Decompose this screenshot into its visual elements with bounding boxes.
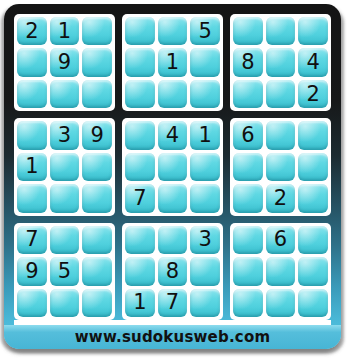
footer-bar: www.sudokusweb.com xyxy=(4,325,341,349)
sudoku-cell-r9c5[interactable]: 7 xyxy=(158,289,188,317)
sudoku-cell-r9c9[interactable] xyxy=(298,289,328,317)
sudoku-box-2-1: 391 xyxy=(14,118,115,215)
sudoku-cell-r9c4[interactable]: 1 xyxy=(125,289,155,317)
sudoku-cell-r8c9[interactable] xyxy=(298,257,328,285)
sudoku-cell-r6c5[interactable] xyxy=(158,184,188,212)
sudoku-cell-r4c4[interactable] xyxy=(125,121,155,149)
sudoku-cell-r7c4[interactable] xyxy=(125,226,155,254)
sudoku-cell-r8c2[interactable]: 5 xyxy=(50,257,80,285)
sudoku-cell-r7c1[interactable]: 7 xyxy=(17,226,47,254)
sudoku-cell-r9c3[interactable] xyxy=(82,289,112,317)
sudoku-cell-r3c8[interactable] xyxy=(266,80,296,108)
sudoku-cell-r4c6[interactable]: 1 xyxy=(190,121,220,149)
sudoku-cell-r2c5[interactable]: 1 xyxy=(158,48,188,76)
sudoku-cell-r4c8[interactable] xyxy=(266,121,296,149)
sudoku-cell-r9c8[interactable] xyxy=(266,289,296,317)
sudoku-cell-r3c6[interactable] xyxy=(190,80,220,108)
sudoku-cell-r6c1[interactable] xyxy=(17,184,47,212)
sudoku-grid: 219518423914176279538176 xyxy=(14,14,331,320)
sudoku-cell-r2c8[interactable] xyxy=(266,48,296,76)
sudoku-cell-r2c2[interactable]: 9 xyxy=(50,48,80,76)
sudoku-cell-r1c1[interactable]: 2 xyxy=(17,17,47,45)
sudoku-cell-r2c3[interactable] xyxy=(82,48,112,76)
sudoku-box-3-2: 3817 xyxy=(122,223,223,320)
sudoku-cell-r1c8[interactable] xyxy=(266,17,296,45)
sudoku-cell-r3c2[interactable] xyxy=(50,80,80,108)
sudoku-box-2-2: 417 xyxy=(122,118,223,215)
sudoku-cell-r5c6[interactable] xyxy=(190,153,220,181)
sudoku-cell-r2c1[interactable] xyxy=(17,48,47,76)
sudoku-cell-r3c9[interactable]: 2 xyxy=(298,80,328,108)
sudoku-cell-r2c4[interactable] xyxy=(125,48,155,76)
sudoku-cell-r6c6[interactable] xyxy=(190,184,220,212)
sudoku-cell-r7c6[interactable]: 3 xyxy=(190,226,220,254)
sudoku-box-1-2: 51 xyxy=(122,14,223,111)
sudoku-cell-r1c4[interactable] xyxy=(125,17,155,45)
sudoku-cell-r3c7[interactable] xyxy=(233,80,263,108)
sudoku-cell-r6c3[interactable] xyxy=(82,184,112,212)
sudoku-cell-r7c3[interactable] xyxy=(82,226,112,254)
sudoku-cell-r6c4[interactable]: 7 xyxy=(125,184,155,212)
sudoku-cell-r3c5[interactable] xyxy=(158,80,188,108)
sudoku-cell-r8c7[interactable] xyxy=(233,257,263,285)
sudoku-cell-r5c8[interactable] xyxy=(266,153,296,181)
sudoku-cell-r9c2[interactable] xyxy=(50,289,80,317)
sudoku-cell-r6c7[interactable] xyxy=(233,184,263,212)
website-url: www.sudokusweb.com xyxy=(75,328,270,346)
sudoku-cell-r2c7[interactable]: 8 xyxy=(233,48,263,76)
sudoku-cell-r6c9[interactable] xyxy=(298,184,328,212)
sudoku-board-plaque: 219518423914176279538176 www.sudokusweb.… xyxy=(4,4,341,349)
sudoku-cell-r2c9[interactable]: 4 xyxy=(298,48,328,76)
sudoku-cell-r1c9[interactable] xyxy=(298,17,328,45)
sudoku-cell-r7c2[interactable] xyxy=(50,226,80,254)
sudoku-cell-r6c8[interactable]: 2 xyxy=(266,184,296,212)
sudoku-cell-r9c6[interactable] xyxy=(190,289,220,317)
sudoku-cell-r4c5[interactable]: 4 xyxy=(158,121,188,149)
sudoku-cell-r7c9[interactable] xyxy=(298,226,328,254)
sudoku-cell-r7c5[interactable] xyxy=(158,226,188,254)
sudoku-cell-r8c4[interactable] xyxy=(125,257,155,285)
sudoku-cell-r5c5[interactable] xyxy=(158,153,188,181)
sudoku-cell-r9c1[interactable] xyxy=(17,289,47,317)
sudoku-cell-r4c3[interactable]: 9 xyxy=(82,121,112,149)
sudoku-box-1-3: 842 xyxy=(230,14,331,111)
sudoku-cell-r5c7[interactable] xyxy=(233,153,263,181)
sudoku-cell-r9c7[interactable] xyxy=(233,289,263,317)
sudoku-cell-r5c2[interactable] xyxy=(50,153,80,181)
sudoku-cell-r8c3[interactable] xyxy=(82,257,112,285)
sudoku-box-2-3: 62 xyxy=(230,118,331,215)
sudoku-cell-r1c5[interactable] xyxy=(158,17,188,45)
sudoku-cell-r5c3[interactable] xyxy=(82,153,112,181)
sudoku-cell-r4c2[interactable]: 3 xyxy=(50,121,80,149)
sudoku-cell-r4c7[interactable]: 6 xyxy=(233,121,263,149)
sudoku-cell-r6c2[interactable] xyxy=(50,184,80,212)
sudoku-cell-r4c9[interactable] xyxy=(298,121,328,149)
sudoku-cell-r8c5[interactable]: 8 xyxy=(158,257,188,285)
sudoku-cell-r1c7[interactable] xyxy=(233,17,263,45)
sudoku-cell-r8c6[interactable] xyxy=(190,257,220,285)
sudoku-cell-r5c9[interactable] xyxy=(298,153,328,181)
sudoku-cell-r1c6[interactable]: 5 xyxy=(190,17,220,45)
sudoku-cell-r5c1[interactable]: 1 xyxy=(17,153,47,181)
sudoku-box-3-1: 795 xyxy=(14,223,115,320)
sudoku-cell-r7c8[interactable]: 6 xyxy=(266,226,296,254)
sudoku-cell-r1c2[interactable]: 1 xyxy=(50,17,80,45)
sudoku-cell-r1c3[interactable] xyxy=(82,17,112,45)
sudoku-cell-r5c4[interactable] xyxy=(125,153,155,181)
sudoku-cell-r7c7[interactable] xyxy=(233,226,263,254)
sudoku-cell-r3c4[interactable] xyxy=(125,80,155,108)
sudoku-cell-r3c3[interactable] xyxy=(82,80,112,108)
sudoku-cell-r8c1[interactable]: 9 xyxy=(17,257,47,285)
sudoku-cell-r2c6[interactable] xyxy=(190,48,220,76)
sudoku-cell-r8c8[interactable] xyxy=(266,257,296,285)
sudoku-box-1-1: 219 xyxy=(14,14,115,111)
sudoku-box-3-3: 6 xyxy=(230,223,331,320)
sudoku-cell-r4c1[interactable] xyxy=(17,121,47,149)
sudoku-cell-r3c1[interactable] xyxy=(17,80,47,108)
